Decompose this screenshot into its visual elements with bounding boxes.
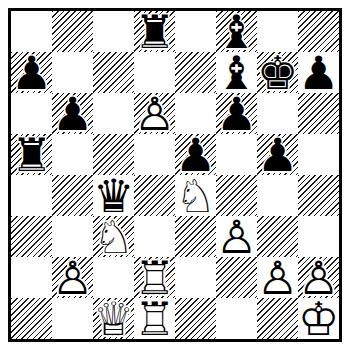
square-a2[interactable] xyxy=(11,257,52,298)
piece-fill-h1: ♚ xyxy=(298,298,339,339)
square-b1[interactable] xyxy=(52,298,93,339)
square-g3[interactable] xyxy=(257,216,298,257)
square-b2[interactable]: ♟♙ xyxy=(52,257,93,298)
piece-fill-c1: ♛ xyxy=(93,298,134,339)
square-g7[interactable]: ♚ xyxy=(257,52,298,93)
piece-white-pawn-b2: ♙ xyxy=(52,257,93,298)
piece-fill-d6: ♟ xyxy=(134,93,175,134)
piece-fill-f3: ♟ xyxy=(216,216,257,257)
square-a8[interactable] xyxy=(11,11,52,52)
piece-fill-d2: ♜ xyxy=(134,257,175,298)
square-g5[interactable]: ♟ xyxy=(257,134,298,175)
square-h7[interactable]: ♟ xyxy=(298,52,339,93)
square-a6[interactable] xyxy=(11,93,52,134)
square-a3[interactable] xyxy=(11,216,52,257)
piece-black-pawn-f6: ♟ xyxy=(216,93,257,134)
piece-fill-e4: ♞ xyxy=(175,175,216,216)
piece-black-queen-c4: ♛ xyxy=(93,175,134,216)
square-c7[interactable] xyxy=(93,52,134,93)
square-f2[interactable] xyxy=(216,257,257,298)
square-c4[interactable]: ♛ xyxy=(93,175,134,216)
square-e6[interactable] xyxy=(175,93,216,134)
square-f1[interactable] xyxy=(216,298,257,339)
square-e4[interactable]: ♞♘ xyxy=(175,175,216,216)
chess-board: ♜♝♟♝♚♟♟♟♙♟♜♟♟♛♞♘♞♘♟♙♟♙♜♖♟♙♟♙♛♕♜♖♚♔ xyxy=(11,11,339,339)
square-c3[interactable]: ♞♘ xyxy=(93,216,134,257)
piece-black-pawn-b6: ♟ xyxy=(52,93,93,134)
square-f4[interactable] xyxy=(216,175,257,216)
piece-white-rook-d2: ♖ xyxy=(134,257,175,298)
square-b5[interactable] xyxy=(52,134,93,175)
piece-white-pawn-g2: ♙ xyxy=(257,257,298,298)
square-g2[interactable]: ♟♙ xyxy=(257,257,298,298)
square-h4[interactable] xyxy=(298,175,339,216)
square-h2[interactable]: ♟♙ xyxy=(298,257,339,298)
square-a1[interactable] xyxy=(11,298,52,339)
square-d2[interactable]: ♜♖ xyxy=(134,257,175,298)
square-b4[interactable] xyxy=(52,175,93,216)
square-f5[interactable] xyxy=(216,134,257,175)
square-f8[interactable]: ♝ xyxy=(216,11,257,52)
square-e5[interactable]: ♟ xyxy=(175,134,216,175)
square-g8[interactable] xyxy=(257,11,298,52)
piece-fill-g2: ♟ xyxy=(257,257,298,298)
piece-black-rook-a5: ♜ xyxy=(11,134,52,175)
square-g1[interactable] xyxy=(257,298,298,339)
piece-fill-d1: ♜ xyxy=(134,298,175,339)
piece-white-knight-c3: ♘ xyxy=(93,216,134,257)
square-g6[interactable] xyxy=(257,93,298,134)
square-a7[interactable]: ♟ xyxy=(11,52,52,93)
piece-black-bishop-f7: ♝ xyxy=(216,52,257,93)
square-d1[interactable]: ♜♖ xyxy=(134,298,175,339)
piece-black-pawn-h7: ♟ xyxy=(298,52,339,93)
square-h8[interactable] xyxy=(298,11,339,52)
square-e1[interactable] xyxy=(175,298,216,339)
square-b6[interactable]: ♟ xyxy=(52,93,93,134)
piece-black-pawn-a7: ♟ xyxy=(11,52,52,93)
square-h6[interactable] xyxy=(298,93,339,134)
piece-black-bishop-f8: ♝ xyxy=(216,11,257,52)
square-d3[interactable] xyxy=(134,216,175,257)
square-f7[interactable]: ♝ xyxy=(216,52,257,93)
square-c6[interactable] xyxy=(93,93,134,134)
piece-white-rook-d1: ♖ xyxy=(134,298,175,339)
square-h1[interactable]: ♚♔ xyxy=(298,298,339,339)
square-c5[interactable] xyxy=(93,134,134,175)
square-e8[interactable] xyxy=(175,11,216,52)
piece-black-pawn-e5: ♟ xyxy=(175,134,216,175)
piece-white-pawn-d6: ♙ xyxy=(134,93,175,134)
square-d7[interactable] xyxy=(134,52,175,93)
piece-fill-h2: ♟ xyxy=(298,257,339,298)
square-c1[interactable]: ♛♕ xyxy=(93,298,134,339)
square-f6[interactable]: ♟ xyxy=(216,93,257,134)
chess-diagram: ♜♝♟♝♚♟♟♟♙♟♜♟♟♛♞♘♞♘♟♙♟♙♜♖♟♙♟♙♛♕♜♖♚♔ xyxy=(8,8,342,342)
piece-black-pawn-g5: ♟ xyxy=(257,134,298,175)
square-b8[interactable] xyxy=(52,11,93,52)
square-f3[interactable]: ♟♙ xyxy=(216,216,257,257)
piece-white-pawn-f3: ♙ xyxy=(216,216,257,257)
square-h3[interactable] xyxy=(298,216,339,257)
piece-white-pawn-h2: ♙ xyxy=(298,257,339,298)
piece-white-knight-e4: ♘ xyxy=(175,175,216,216)
square-d5[interactable] xyxy=(134,134,175,175)
square-e7[interactable] xyxy=(175,52,216,93)
square-a5[interactable]: ♜ xyxy=(11,134,52,175)
square-d4[interactable] xyxy=(134,175,175,216)
square-e3[interactable] xyxy=(175,216,216,257)
square-c2[interactable] xyxy=(93,257,134,298)
square-e2[interactable] xyxy=(175,257,216,298)
piece-white-queen-c1: ♕ xyxy=(93,298,134,339)
piece-fill-b2: ♟ xyxy=(52,257,93,298)
square-c8[interactable] xyxy=(93,11,134,52)
piece-black-king-g7: ♚ xyxy=(257,52,298,93)
square-d8[interactable]: ♜ xyxy=(134,11,175,52)
piece-fill-c3: ♞ xyxy=(93,216,134,257)
square-b3[interactable] xyxy=(52,216,93,257)
piece-black-rook-d8: ♜ xyxy=(134,11,175,52)
square-a4[interactable] xyxy=(11,175,52,216)
square-g4[interactable] xyxy=(257,175,298,216)
piece-white-king-h1: ♔ xyxy=(298,298,339,339)
square-d6[interactable]: ♟♙ xyxy=(134,93,175,134)
square-h5[interactable] xyxy=(298,134,339,175)
square-b7[interactable] xyxy=(52,52,93,93)
